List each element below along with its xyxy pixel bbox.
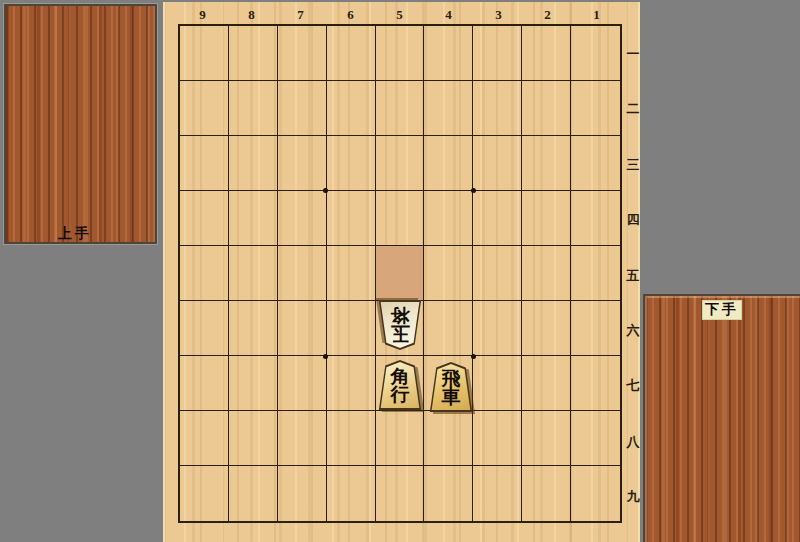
square-7九[interactable] (278, 466, 327, 521)
piece-kanji: 角 行 (377, 367, 423, 404)
piece-kanji: 飛 車 (428, 369, 474, 406)
hoshi-point (323, 354, 328, 359)
square-8六[interactable] (229, 301, 278, 356)
square-2九[interactable] (522, 466, 571, 521)
square-8八[interactable] (229, 411, 278, 466)
square-3四[interactable] (473, 191, 522, 246)
square-1七[interactable] (571, 356, 620, 411)
board-grid (178, 24, 622, 523)
uwate-piece-tray[interactable]: 上手 (4, 4, 157, 244)
square-6七[interactable] (327, 356, 376, 411)
square-5一[interactable] (376, 26, 425, 81)
row-label-4: 四 (624, 192, 642, 247)
square-1九[interactable] (571, 466, 620, 521)
square-2四[interactable] (522, 191, 571, 246)
square-5五[interactable] (376, 246, 425, 301)
square-6四[interactable] (327, 191, 376, 246)
col-label-6: 6 (326, 7, 375, 23)
square-4二[interactable] (424, 81, 473, 136)
square-9四[interactable] (180, 191, 229, 246)
piece-kanji: 玉 将 (377, 306, 423, 343)
square-7五[interactable] (278, 246, 327, 301)
square-1四[interactable] (571, 191, 620, 246)
square-3一[interactable] (473, 26, 522, 81)
square-9九[interactable] (180, 466, 229, 521)
piece-kanji-bottom: 行 (391, 385, 410, 404)
row-label-6: 六 (624, 303, 642, 358)
square-3六[interactable] (473, 301, 522, 356)
square-6三[interactable] (327, 136, 376, 191)
square-3九[interactable] (473, 466, 522, 521)
square-7六[interactable] (278, 301, 327, 356)
square-6一[interactable] (327, 26, 376, 81)
square-8三[interactable] (229, 136, 278, 191)
square-4五[interactable] (424, 246, 473, 301)
square-7四[interactable] (278, 191, 327, 246)
square-1五[interactable] (571, 246, 620, 301)
square-5三[interactable] (376, 136, 425, 191)
square-3七[interactable] (473, 356, 522, 411)
piece-kanji-top: 玉 (391, 325, 410, 344)
square-8五[interactable] (229, 246, 278, 301)
square-1一[interactable] (571, 26, 620, 81)
square-2一[interactable] (522, 26, 571, 81)
square-9一[interactable] (180, 26, 229, 81)
uwate-label: 上手 (58, 225, 92, 243)
col-label-9: 9 (178, 7, 227, 23)
square-4一[interactable] (424, 26, 473, 81)
col-label-7: 7 (276, 7, 325, 23)
piece-shitate-rook[interactable]: 飛 車 (428, 362, 474, 412)
piece-uwate-king[interactable]: 玉 将 (377, 300, 423, 350)
col-label-4: 4 (424, 7, 473, 23)
square-4六[interactable] (424, 301, 473, 356)
square-5八[interactable] (376, 411, 425, 466)
square-8四[interactable] (229, 191, 278, 246)
square-3二[interactable] (473, 81, 522, 136)
shogi-board: 9 8 7 6 5 4 3 2 1 一 二 三 四 五 六 七 八 九 玉 将 … (163, 2, 640, 542)
square-8七[interactable] (229, 356, 278, 411)
shitate-label: 下手 (702, 300, 742, 320)
square-8二[interactable] (229, 81, 278, 136)
square-3三[interactable] (473, 136, 522, 191)
hoshi-point (323, 188, 328, 193)
square-7七[interactable] (278, 356, 327, 411)
row-label-2: 二 (624, 81, 642, 136)
square-7三[interactable] (278, 136, 327, 191)
square-9六[interactable] (180, 301, 229, 356)
row-label-1: 一 (624, 26, 642, 81)
square-7二[interactable] (278, 81, 327, 136)
square-8九[interactable] (229, 466, 278, 521)
square-5四[interactable] (376, 191, 425, 246)
square-9八[interactable] (180, 411, 229, 466)
square-5二[interactable] (376, 81, 425, 136)
square-2八[interactable] (522, 411, 571, 466)
square-3八[interactable] (473, 411, 522, 466)
square-4九[interactable] (424, 466, 473, 521)
square-4四[interactable] (424, 191, 473, 246)
col-label-5: 5 (375, 7, 424, 23)
col-label-3: 3 (474, 7, 523, 23)
square-6二[interactable] (327, 81, 376, 136)
square-9二[interactable] (180, 81, 229, 136)
row-label-7: 七 (624, 358, 642, 413)
square-4八[interactable] (424, 411, 473, 466)
square-9七[interactable] (180, 356, 229, 411)
square-1八[interactable] (571, 411, 620, 466)
col-label-8: 8 (227, 7, 276, 23)
square-5九[interactable] (376, 466, 425, 521)
piece-kanji-bottom: 将 (391, 306, 410, 325)
square-6九[interactable] (327, 466, 376, 521)
square-6五[interactable] (327, 246, 376, 301)
square-6六[interactable] (327, 301, 376, 356)
square-2六[interactable] (522, 301, 571, 356)
square-3五[interactable] (473, 246, 522, 301)
square-2二[interactable] (522, 81, 571, 136)
row-label-5: 五 (624, 248, 642, 303)
square-8一[interactable] (229, 26, 278, 81)
col-label-1: 1 (572, 7, 621, 23)
square-9三[interactable] (180, 136, 229, 191)
square-4三[interactable] (424, 136, 473, 191)
square-9五[interactable] (180, 246, 229, 301)
piece-kanji-bottom: 車 (442, 387, 461, 406)
shitate-piece-tray[interactable]: 下手 (643, 294, 800, 542)
square-2七[interactable] (522, 356, 571, 411)
hoshi-point (471, 354, 476, 359)
square-2三[interactable] (522, 136, 571, 191)
square-1六[interactable] (571, 301, 620, 356)
square-1三[interactable] (571, 136, 620, 191)
square-6八[interactable] (327, 411, 376, 466)
col-label-2: 2 (523, 7, 572, 23)
hoshi-point (471, 188, 476, 193)
row-label-8: 八 (624, 414, 642, 469)
square-1二[interactable] (571, 81, 620, 136)
piece-shitate-bishop[interactable]: 角 行 (377, 360, 423, 410)
square-7一[interactable] (278, 26, 327, 81)
row-label-9: 九 (624, 469, 642, 524)
square-2五[interactable] (522, 246, 571, 301)
row-label-3: 三 (624, 137, 642, 192)
square-7八[interactable] (278, 411, 327, 466)
